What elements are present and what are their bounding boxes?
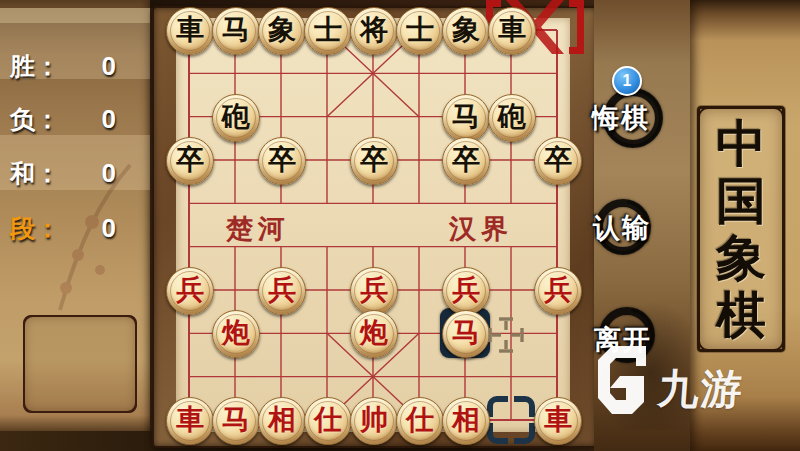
piece-glyph: 車 xyxy=(498,16,526,44)
piece-glyph: 砲 xyxy=(498,103,526,131)
piece-red-cannon[interactable]: 炮 xyxy=(350,310,398,358)
piece-glyph: 马 xyxy=(222,406,250,434)
piece-red-chariot[interactable]: 車 xyxy=(166,397,214,445)
piece-glyph: 兵 xyxy=(452,276,480,304)
piece-glyph: 卒 xyxy=(268,146,296,174)
piece-red-advisor[interactable]: 仕 xyxy=(396,397,444,445)
piece-glyph: 兵 xyxy=(176,276,204,304)
piece-black-chariot[interactable]: 車 xyxy=(166,7,214,55)
resign-button-label: 认输 xyxy=(567,210,677,246)
piece-glyph: 士 xyxy=(406,16,434,44)
piece-glyph: 仕 xyxy=(314,406,342,434)
piece-glyph: 卒 xyxy=(360,146,388,174)
piece-black-elephant[interactable]: 象 xyxy=(442,7,490,55)
piece-glyph: 車 xyxy=(544,406,572,434)
piece-glyph: 仕 xyxy=(406,406,434,434)
piece-glyph: 相 xyxy=(268,406,296,434)
piece-black-elephant[interactable]: 象 xyxy=(258,7,306,55)
piece-black-chariot[interactable]: 車 xyxy=(488,7,536,55)
piece-glyph: 象 xyxy=(268,16,296,44)
piece-black-advisor[interactable]: 士 xyxy=(396,7,444,55)
piece-black-general[interactable]: 将 xyxy=(350,7,398,55)
piece-glyph: 卒 xyxy=(452,146,480,174)
piece-red-horse[interactable]: 马 xyxy=(212,397,260,445)
piece-glyph: 相 xyxy=(452,406,480,434)
piece-glyph: 車 xyxy=(176,406,204,434)
piece-red-chariot[interactable]: 車 xyxy=(534,397,582,445)
undo-count-badge: 1 xyxy=(612,66,642,96)
game-screen: 胜： 0 负： 0 和： 0 段： 0 楚河 汉界 xyxy=(0,0,800,451)
piece-black-advisor[interactable]: 士 xyxy=(304,7,352,55)
leave-button-label: 离开 xyxy=(568,322,678,358)
piece-red-general[interactable]: 帅 xyxy=(350,397,398,445)
resign-button[interactable]: 认输 xyxy=(566,170,686,270)
leave-button[interactable]: 离开 xyxy=(567,280,687,380)
piece-glyph: 砲 xyxy=(222,103,250,131)
piece-glyph: 帅 xyxy=(360,406,388,434)
undo-count: 1 xyxy=(623,72,632,90)
piece-glyph: 将 xyxy=(360,16,388,44)
piece-glyph: 卒 xyxy=(176,146,204,174)
piece-red-cannon[interactable]: 炮 xyxy=(212,310,260,358)
piece-glyph: 車 xyxy=(176,16,204,44)
piece-glyph: 象 xyxy=(452,16,480,44)
piece-glyph: 兵 xyxy=(268,276,296,304)
piece-red-soldier[interactable]: 兵 xyxy=(350,267,398,315)
piece-glyph: 炮 xyxy=(360,319,388,347)
piece-glyph: 马 xyxy=(222,16,250,44)
piece-black-soldier[interactable]: 卒 xyxy=(166,137,214,185)
piece-red-advisor[interactable]: 仕 xyxy=(304,397,352,445)
piece-red-soldier[interactable]: 兵 xyxy=(258,267,306,315)
piece-red-soldier[interactable]: 兵 xyxy=(442,267,490,315)
piece-black-horse[interactable]: 马 xyxy=(212,7,260,55)
piece-red-soldier[interactable]: 兵 xyxy=(166,267,214,315)
piece-glyph: 士 xyxy=(314,16,342,44)
crosshair-cursor xyxy=(488,317,524,353)
piece-glyph: 炮 xyxy=(222,319,250,347)
undo-button-label: 悔棋 xyxy=(566,100,676,136)
piece-black-cannon[interactable]: 砲 xyxy=(488,94,536,142)
piece-glyph: 马 xyxy=(452,103,480,131)
piece-black-soldier[interactable]: 卒 xyxy=(350,137,398,185)
piece-glyph: 马 xyxy=(452,319,480,347)
piece-black-soldier[interactable]: 卒 xyxy=(442,137,490,185)
piece-red-elephant[interactable]: 相 xyxy=(442,397,490,445)
piece-red-elephant[interactable]: 相 xyxy=(258,397,306,445)
piece-black-cannon[interactable]: 砲 xyxy=(212,94,260,142)
piece-black-horse[interactable]: 马 xyxy=(442,94,490,142)
piece-red-horse[interactable]: 马 xyxy=(442,310,490,358)
piece-black-soldier[interactable]: 卒 xyxy=(258,137,306,185)
piece-glyph: 兵 xyxy=(360,276,388,304)
